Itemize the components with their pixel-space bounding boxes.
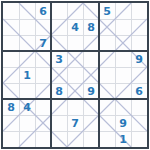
cell-r8c1[interactable]	[3, 115, 19, 131]
cell-r9c1[interactable]	[3, 131, 19, 147]
cell-r9c2[interactable]	[19, 131, 35, 147]
cell-r9c3[interactable]	[35, 131, 51, 147]
cell-r6c2[interactable]	[19, 83, 35, 99]
cell-r5c1[interactable]	[3, 67, 19, 83]
cell-r9c6[interactable]	[83, 131, 99, 147]
cell-r8c7[interactable]	[99, 115, 115, 131]
cell-r8c3[interactable]	[35, 115, 51, 131]
cell-r9c4[interactable]	[51, 131, 67, 147]
cell-r7c1[interactable]: 8	[3, 99, 19, 115]
cell-r6c6[interactable]: 9	[83, 83, 99, 99]
cell-r8c6[interactable]	[83, 115, 99, 131]
cell-r9c5[interactable]	[67, 131, 83, 147]
cell-r5c4[interactable]	[51, 67, 67, 83]
cell-r6c7[interactable]	[99, 83, 115, 99]
cell-r3c7[interactable]	[99, 35, 115, 51]
cell-r6c1[interactable]	[3, 83, 19, 99]
cell-r8c8[interactable]: 9	[115, 115, 131, 131]
cell-r7c5[interactable]	[67, 99, 83, 115]
cell-r4c7[interactable]	[99, 51, 115, 67]
cell-r6c4[interactable]: 8	[51, 83, 67, 99]
cell-r4c2[interactable]	[19, 51, 35, 67]
cell-r7c8[interactable]	[115, 99, 131, 115]
cell-r2c8[interactable]	[115, 19, 131, 35]
cell-r2c6[interactable]: 8	[83, 19, 99, 35]
cell-r1c5[interactable]	[67, 3, 83, 19]
cell-r4c3[interactable]	[35, 51, 51, 67]
cell-r6c9[interactable]: 6	[131, 83, 147, 99]
cell-r2c5[interactable]: 4	[67, 19, 83, 35]
cell-r8c4[interactable]	[51, 115, 67, 131]
cell-r3c8[interactable]	[115, 35, 131, 51]
cell-r9c9[interactable]	[131, 131, 147, 147]
cell-r5c3[interactable]	[35, 67, 51, 83]
cell-r1c8[interactable]	[115, 3, 131, 19]
cell-r8c2[interactable]	[19, 115, 35, 131]
cell-r5c6[interactable]	[83, 67, 99, 83]
cell-r1c1[interactable]	[3, 3, 19, 19]
cell-r4c5[interactable]	[67, 51, 83, 67]
cell-r4c1[interactable]	[3, 51, 19, 67]
cell-r3c2[interactable]	[19, 35, 35, 51]
cell-r1c6[interactable]	[83, 3, 99, 19]
cell-r3c5[interactable]	[67, 35, 83, 51]
cell-r6c5[interactable]	[67, 83, 83, 99]
cell-r3c9[interactable]	[131, 35, 147, 51]
sudoku-board: 6548739189684791	[1, 1, 149, 149]
cell-r4c4[interactable]: 3	[51, 51, 67, 67]
cell-r5c9[interactable]	[131, 67, 147, 83]
cell-r1c9[interactable]	[131, 3, 147, 19]
cell-r2c2[interactable]	[19, 19, 35, 35]
cell-r4c8[interactable]	[115, 51, 131, 67]
cell-r3c6[interactable]	[83, 35, 99, 51]
cell-r9c8[interactable]: 1	[115, 131, 131, 147]
cell-r5c8[interactable]	[115, 67, 131, 83]
cell-r2c1[interactable]	[3, 19, 19, 35]
cell-r7c7[interactable]	[99, 99, 115, 115]
cell-r1c7[interactable]: 5	[99, 3, 115, 19]
cell-r3c4[interactable]	[51, 35, 67, 51]
cell-r5c2[interactable]: 1	[19, 67, 35, 83]
cell-r6c8[interactable]	[115, 83, 131, 99]
cell-r9c7[interactable]	[99, 131, 115, 147]
cell-r7c6[interactable]	[83, 99, 99, 115]
cell-r6c3[interactable]	[35, 83, 51, 99]
cell-r7c9[interactable]	[131, 99, 147, 115]
cell-r4c6[interactable]	[83, 51, 99, 67]
cell-r7c2[interactable]: 4	[19, 99, 35, 115]
cell-r7c3[interactable]	[35, 99, 51, 115]
cell-r2c3[interactable]	[35, 19, 51, 35]
cell-r3c3[interactable]: 7	[35, 35, 51, 51]
cell-r1c4[interactable]	[51, 3, 67, 19]
cell-r4c9[interactable]: 9	[131, 51, 147, 67]
cell-r2c7[interactable]	[99, 19, 115, 35]
cell-r7c4[interactable]	[51, 99, 67, 115]
cell-r8c5[interactable]: 7	[67, 115, 83, 131]
cell-r1c3[interactable]: 6	[35, 3, 51, 19]
cell-r3c1[interactable]	[3, 35, 19, 51]
cell-r5c7[interactable]	[99, 67, 115, 83]
cell-r1c2[interactable]	[19, 3, 35, 19]
cell-r5c5[interactable]	[67, 67, 83, 83]
cell-r2c9[interactable]	[131, 19, 147, 35]
cell-grid: 6548739189684791	[3, 3, 147, 147]
cell-r2c4[interactable]	[51, 19, 67, 35]
cell-r8c9[interactable]	[131, 115, 147, 131]
